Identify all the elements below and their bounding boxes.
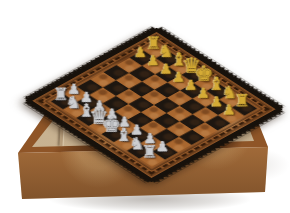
rook-icon: ♜ <box>135 143 165 160</box>
chess-set-photo: ♜♞♝♛♚♝♞♜♟♟♟♟♟♟♟♟♟♟♟♟♟♟♟♟♜♞♝♛♚♝♞♜ <box>0 0 290 213</box>
